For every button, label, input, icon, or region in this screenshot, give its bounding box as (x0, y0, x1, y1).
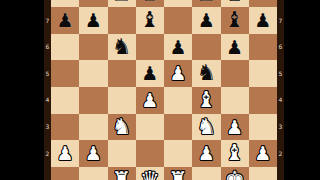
rank-label-7-left: 7 (44, 18, 51, 24)
square-h1 (249, 167, 277, 180)
square-a1 (51, 167, 79, 180)
square-c2 (108, 140, 136, 167)
square-e5: ♟ (164, 60, 192, 87)
square-b1 (79, 167, 107, 180)
white-pawn-g3: ♟ (226, 114, 243, 141)
black-queen-d8: ♛ (140, 0, 160, 7)
square-d6 (136, 34, 164, 61)
square-b6 (79, 34, 107, 61)
square-g5 (221, 60, 249, 87)
black-knight-f5: ♞ (197, 60, 217, 87)
square-d7: ♝ (136, 7, 164, 34)
black-rook-f8: ♜ (197, 0, 217, 7)
square-e4 (164, 87, 192, 114)
square-a6 (51, 34, 79, 61)
white-pawn-d4: ♟ (141, 87, 158, 114)
square-f5: ♞ (192, 60, 220, 87)
square-f6 (192, 34, 220, 61)
square-g4 (221, 87, 249, 114)
rank-label-4-left: 4 (44, 97, 51, 103)
white-knight-f3: ♞ (197, 114, 217, 141)
square-g6: ♟ (221, 34, 249, 61)
square-e8 (164, 0, 192, 7)
square-f2: ♟ (192, 140, 220, 167)
rank-label-2-left: 2 (44, 151, 51, 157)
square-g2: ♝ (221, 140, 249, 167)
rank-label-2-right: 2 (277, 151, 284, 157)
rank-label-3-right: 3 (277, 124, 284, 130)
square-c7 (108, 7, 136, 34)
square-f4: ♝ (192, 87, 220, 114)
square-g1: ♚ (221, 167, 249, 180)
black-bishop-g7: ♝ (225, 7, 245, 34)
square-b3 (79, 114, 107, 141)
square-h3 (249, 114, 277, 141)
square-a2: ♟ (51, 140, 79, 167)
square-c6: ♞ (108, 34, 136, 61)
black-pawn-e6: ♟ (170, 34, 187, 61)
square-f3: ♞ (192, 114, 220, 141)
white-queen-d1: ♛ (140, 167, 160, 180)
rank-label-5-right: 5 (277, 71, 284, 77)
chessboard: ♜♛♜♚♟♟♝♟♝♟♞♟♟♟♟♞♟♝♞♞♟♟♟♟♝♟♜♛♜♚ (51, 0, 277, 180)
white-pawn-a2: ♟ (57, 140, 74, 167)
square-b2: ♟ (79, 140, 107, 167)
white-knight-c3: ♞ (112, 114, 132, 141)
square-e1: ♜ (164, 167, 192, 180)
square-g7: ♝ (221, 7, 249, 34)
black-knight-c6: ♞ (112, 34, 132, 61)
black-pawn-a7: ♟ (57, 7, 74, 34)
square-g8: ♚ (221, 0, 249, 7)
black-rook-c8: ♜ (112, 0, 132, 7)
square-c5 (108, 60, 136, 87)
square-h6 (249, 34, 277, 61)
square-a5 (51, 60, 79, 87)
square-d5: ♟ (136, 60, 164, 87)
square-d1: ♛ (136, 167, 164, 180)
square-b7: ♟ (79, 7, 107, 34)
square-e3 (164, 114, 192, 141)
white-rook-c1: ♜ (112, 167, 132, 180)
black-pawn-d5: ♟ (141, 60, 158, 87)
square-c4 (108, 87, 136, 114)
square-c8: ♜ (108, 0, 136, 7)
rank-label-4-right: 4 (277, 97, 284, 103)
square-e6: ♟ (164, 34, 192, 61)
white-bishop-g2: ♝ (225, 140, 245, 167)
square-f7: ♟ (192, 7, 220, 34)
square-a8 (51, 0, 79, 7)
square-a4 (51, 87, 79, 114)
square-d2 (136, 140, 164, 167)
square-e2 (164, 140, 192, 167)
square-a7: ♟ (51, 7, 79, 34)
square-g3: ♟ (221, 114, 249, 141)
white-pawn-e5: ♟ (170, 60, 187, 87)
square-d8: ♛ (136, 0, 164, 7)
square-a3 (51, 114, 79, 141)
square-h4 (249, 87, 277, 114)
chess-diagram: ♜♛♜♚♟♟♝♟♝♟♞♟♟♟♟♞♟♝♞♞♟♟♟♟♝♟♜♛♜♚ 776655443… (0, 0, 320, 180)
square-e7 (164, 7, 192, 34)
black-king-g8: ♚ (225, 0, 245, 7)
white-pawn-b2: ♟ (85, 140, 102, 167)
black-pawn-f7: ♟ (198, 7, 215, 34)
rank-label-5-left: 5 (44, 71, 51, 77)
square-b4 (79, 87, 107, 114)
square-h5 (249, 60, 277, 87)
square-h2: ♟ (249, 140, 277, 167)
square-h8 (249, 0, 277, 7)
rank-label-3-left: 3 (44, 124, 51, 130)
square-h7: ♟ (249, 7, 277, 34)
square-c3: ♞ (108, 114, 136, 141)
square-d4: ♟ (136, 87, 164, 114)
white-pawn-h2: ♟ (254, 140, 271, 167)
square-b8 (79, 0, 107, 7)
white-bishop-f4: ♝ (197, 87, 217, 114)
square-d3 (136, 114, 164, 141)
white-king-g1: ♚ (225, 167, 245, 180)
white-rook-e1: ♜ (168, 167, 188, 180)
black-pawn-h7: ♟ (254, 7, 271, 34)
white-pawn-f2: ♟ (198, 140, 215, 167)
rank-label-6-right: 6 (277, 44, 284, 50)
black-pawn-g6: ♟ (226, 34, 243, 61)
square-c1: ♜ (108, 167, 136, 180)
rank-label-6-left: 6 (44, 44, 51, 50)
square-f8: ♜ (192, 0, 220, 7)
black-pawn-b7: ♟ (85, 7, 102, 34)
square-f1 (192, 167, 220, 180)
square-b5 (79, 60, 107, 87)
black-bishop-d7: ♝ (140, 7, 160, 34)
rank-label-7-right: 7 (277, 18, 284, 24)
